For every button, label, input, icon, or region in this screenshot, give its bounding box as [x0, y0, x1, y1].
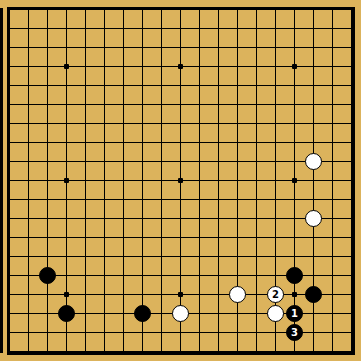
stone-black-H3 — [134, 305, 151, 322]
stone-white-P3 — [267, 305, 284, 322]
stone-white-R11 — [305, 153, 322, 170]
stone-white-R8 — [305, 210, 322, 227]
stone-black-Q5 — [286, 267, 303, 284]
stone-black-Q2: 3 — [286, 324, 303, 341]
move-number-label: 3 — [291, 328, 298, 338]
stone-white-N4 — [229, 286, 246, 303]
stones-layer: 213 — [0, 0, 361, 361]
stone-white-P4: 2 — [267, 286, 284, 303]
stone-white-K3 — [172, 305, 189, 322]
stone-black-D3 — [58, 305, 75, 322]
go-board: 213 — [0, 0, 361, 361]
move-number-label: 1 — [291, 309, 298, 319]
stone-black-Q3: 1 — [286, 305, 303, 322]
stone-black-R4 — [305, 286, 322, 303]
move-number-label: 2 — [272, 290, 279, 300]
stone-black-C5 — [39, 267, 56, 284]
